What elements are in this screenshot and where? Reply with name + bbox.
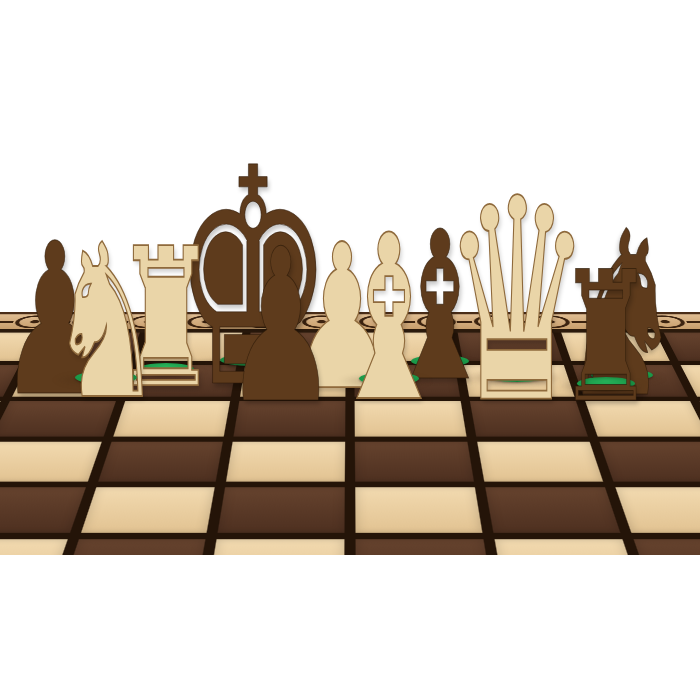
square-dark bbox=[0, 487, 85, 532]
light-knight-glyph: ♞ bbox=[49, 217, 163, 429]
product-photo: ♜♚♝♞♟♛♟♞♟♝♜ bbox=[0, 0, 700, 700]
square-light bbox=[355, 487, 482, 532]
square-light bbox=[494, 539, 639, 555]
square-light bbox=[0, 442, 101, 482]
dark-pawn-glyph: ♟ bbox=[224, 221, 338, 433]
square-light bbox=[80, 487, 215, 532]
square-light bbox=[208, 539, 344, 555]
square-light bbox=[615, 487, 700, 532]
square-light bbox=[0, 539, 67, 555]
square-dark bbox=[218, 487, 345, 532]
dark-rook-glyph: ♜ bbox=[558, 248, 655, 428]
square-dark bbox=[633, 539, 700, 555]
light-bishop-glyph: ♝ bbox=[328, 205, 451, 433]
square-dark bbox=[61, 539, 206, 555]
square-dark bbox=[485, 487, 620, 532]
square-dark bbox=[356, 539, 492, 555]
